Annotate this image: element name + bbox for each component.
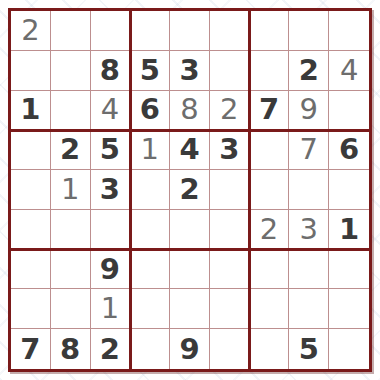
cell-r1c1[interactable]: 2 — [11, 11, 51, 51]
cell-r5c2[interactable]: 1 — [51, 170, 91, 210]
cell-r1c8[interactable] — [289, 11, 329, 51]
cell-r4c6[interactable]: 3 — [210, 130, 250, 170]
cell-r5c7[interactable] — [250, 170, 290, 210]
cell-r5c1[interactable] — [11, 170, 51, 210]
cell-r3c3[interactable]: 4 — [91, 91, 131, 131]
sudoku-grid: 285324146827925143761322319178295 — [11, 11, 369, 369]
cell-r6c1[interactable] — [11, 210, 51, 250]
cell-r4c8[interactable]: 7 — [289, 130, 329, 170]
cell-r1c6[interactable] — [210, 11, 250, 51]
cell-r7c5[interactable] — [170, 250, 210, 290]
cell-r9c2[interactable]: 8 — [51, 329, 91, 369]
cell-r2c9[interactable]: 4 — [329, 51, 369, 91]
cell-r3c2[interactable] — [51, 91, 91, 131]
cell-r1c4[interactable] — [130, 11, 170, 51]
cell-r5c9[interactable] — [329, 170, 369, 210]
cell-r7c7[interactable] — [250, 250, 290, 290]
cell-r3c5[interactable]: 8 — [170, 91, 210, 131]
cell-r4c4[interactable]: 1 — [130, 130, 170, 170]
cell-r3c4[interactable]: 6 — [130, 91, 170, 131]
cell-r3c6[interactable]: 2 — [210, 91, 250, 131]
cell-r2c5[interactable]: 3 — [170, 51, 210, 91]
cell-r6c3[interactable] — [91, 210, 131, 250]
cell-r4c1[interactable] — [11, 130, 51, 170]
cell-r3c7[interactable]: 7 — [250, 91, 290, 131]
cell-r9c4[interactable] — [130, 329, 170, 369]
cell-r1c3[interactable] — [91, 11, 131, 51]
cell-r2c4[interactable]: 5 — [130, 51, 170, 91]
cell-r5c4[interactable] — [130, 170, 170, 210]
cell-r3c1[interactable]: 1 — [11, 91, 51, 131]
cell-r5c3[interactable]: 3 — [91, 170, 131, 210]
cell-r8c5[interactable] — [170, 289, 210, 329]
cell-r8c1[interactable] — [11, 289, 51, 329]
cell-r4c5[interactable]: 4 — [170, 130, 210, 170]
cell-r2c8[interactable]: 2 — [289, 51, 329, 91]
cell-r7c3[interactable]: 9 — [91, 250, 131, 290]
cell-r2c7[interactable] — [250, 51, 290, 91]
cell-r8c6[interactable] — [210, 289, 250, 329]
cell-r4c7[interactable] — [250, 130, 290, 170]
cell-r6c6[interactable] — [210, 210, 250, 250]
cell-r8c3[interactable]: 1 — [91, 289, 131, 329]
box-divider-horizontal-2 — [11, 248, 369, 251]
cell-r7c2[interactable] — [51, 250, 91, 290]
cell-r1c2[interactable] — [51, 11, 91, 51]
box-divider-vertical-2 — [248, 11, 251, 369]
cell-r9c1[interactable]: 7 — [11, 329, 51, 369]
cell-r3c9[interactable] — [329, 91, 369, 131]
cell-r2c1[interactable] — [11, 51, 51, 91]
cell-r8c9[interactable] — [329, 289, 369, 329]
cell-r6c5[interactable] — [170, 210, 210, 250]
cell-r6c7[interactable]: 2 — [250, 210, 290, 250]
cell-r8c7[interactable] — [250, 289, 290, 329]
cell-r9c8[interactable]: 5 — [289, 329, 329, 369]
sudoku-board: 285324146827925143761322319178295 — [8, 8, 372, 372]
cell-r1c7[interactable] — [250, 11, 290, 51]
cell-r7c8[interactable] — [289, 250, 329, 290]
cell-r9c3[interactable]: 2 — [91, 329, 131, 369]
cell-r9c6[interactable] — [210, 329, 250, 369]
cell-r7c1[interactable] — [11, 250, 51, 290]
cell-r9c7[interactable] — [250, 329, 290, 369]
cell-r5c6[interactable] — [210, 170, 250, 210]
cell-r8c2[interactable] — [51, 289, 91, 329]
cell-r4c2[interactable]: 2 — [51, 130, 91, 170]
cell-r4c9[interactable]: 6 — [329, 130, 369, 170]
cell-r8c4[interactable] — [130, 289, 170, 329]
cell-r1c9[interactable] — [329, 11, 369, 51]
cell-r6c2[interactable] — [51, 210, 91, 250]
page-background: { "game": "sudoku", "position": "2......… — [0, 0, 380, 380]
cell-r6c8[interactable]: 3 — [289, 210, 329, 250]
cell-r7c9[interactable] — [329, 250, 369, 290]
cell-r4c3[interactable]: 5 — [91, 130, 131, 170]
cell-r5c8[interactable] — [289, 170, 329, 210]
cell-r1c5[interactable] — [170, 11, 210, 51]
box-divider-vertical-1 — [129, 11, 132, 369]
box-divider-horizontal-1 — [11, 129, 369, 132]
cell-r2c6[interactable] — [210, 51, 250, 91]
cell-r9c5[interactable]: 9 — [170, 329, 210, 369]
cell-r7c4[interactable] — [130, 250, 170, 290]
cell-r5c5[interactable]: 2 — [170, 170, 210, 210]
cell-r7c6[interactable] — [210, 250, 250, 290]
cell-r3c8[interactable]: 9 — [289, 91, 329, 131]
cell-r2c2[interactable] — [51, 51, 91, 91]
cell-r6c4[interactable] — [130, 210, 170, 250]
cell-r2c3[interactable]: 8 — [91, 51, 131, 91]
cell-r8c8[interactable] — [289, 289, 329, 329]
cell-r6c9[interactable]: 1 — [329, 210, 369, 250]
cell-r9c9[interactable] — [329, 329, 369, 369]
